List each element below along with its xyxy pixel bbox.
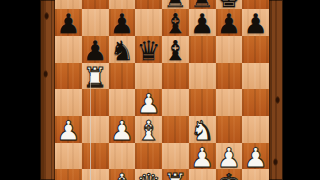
square-b1[interactable] xyxy=(82,169,109,180)
square-f1[interactable] xyxy=(189,169,216,180)
square-f5[interactable] xyxy=(189,63,216,90)
piece-white-pawn-c3[interactable]: ♟ xyxy=(110,116,134,143)
square-g4[interactable] xyxy=(216,89,243,116)
square-b5[interactable]: ♜ xyxy=(82,63,109,90)
square-c7[interactable]: ♟ xyxy=(109,9,136,36)
square-b7[interactable] xyxy=(82,9,109,36)
square-a1[interactable] xyxy=(55,169,82,180)
square-b8[interactable] xyxy=(82,0,109,9)
square-d8[interactable] xyxy=(135,0,162,9)
square-h1[interactable] xyxy=(242,169,269,180)
square-a7[interactable]: ♟ xyxy=(55,9,82,36)
square-e4[interactable] xyxy=(162,89,189,116)
piece-white-king-g1[interactable]: ♚ xyxy=(217,170,241,180)
square-a2[interactable] xyxy=(55,143,82,170)
wood-knot xyxy=(44,12,49,20)
chess-scene: ♜♜♚♟♟♝♟♟♟♟♞♛♝♜♟♟♟♝♞♟♟♟♝♛♜♚ xyxy=(0,0,320,180)
piece-white-bishop-c1[interactable]: ♝ xyxy=(110,170,134,180)
square-a3[interactable]: ♟ xyxy=(55,116,82,143)
square-f7[interactable]: ♟ xyxy=(189,9,216,36)
square-d7[interactable] xyxy=(135,9,162,36)
square-b6[interactable]: ♟ xyxy=(82,36,109,63)
piece-white-pawn-h2[interactable]: ♟ xyxy=(244,143,268,170)
square-c3[interactable]: ♟ xyxy=(109,116,136,143)
square-c6[interactable]: ♞ xyxy=(109,36,136,63)
square-d2[interactable] xyxy=(135,143,162,170)
square-h4[interactable] xyxy=(242,89,269,116)
square-h5[interactable] xyxy=(242,63,269,90)
square-e2[interactable] xyxy=(162,143,189,170)
square-e3[interactable] xyxy=(162,116,189,143)
wood-knot xyxy=(43,70,48,78)
square-e7[interactable]: ♝ xyxy=(162,9,189,36)
piece-black-pawn-g7[interactable]: ♟ xyxy=(217,10,241,37)
piece-black-bishop-e7[interactable]: ♝ xyxy=(163,10,187,37)
piece-white-rook-e1[interactable]: ♜ xyxy=(163,170,187,180)
square-b2[interactable] xyxy=(82,143,109,170)
square-f3[interactable]: ♞ xyxy=(189,116,216,143)
piece-white-knight-f3[interactable]: ♞ xyxy=(190,116,214,143)
square-b3[interactable] xyxy=(82,116,109,143)
piece-black-pawn-c7[interactable]: ♟ xyxy=(110,10,134,37)
piece-black-pawn-f7[interactable]: ♟ xyxy=(190,10,214,37)
square-e6[interactable]: ♝ xyxy=(162,36,189,63)
piece-white-pawn-g2[interactable]: ♟ xyxy=(217,143,241,170)
wood-knot xyxy=(273,158,278,166)
piece-black-knight-c6[interactable]: ♞ xyxy=(110,36,134,63)
piece-white-bishop-d3[interactable]: ♝ xyxy=(137,116,161,143)
square-h7[interactable]: ♟ xyxy=(242,9,269,36)
square-g3[interactable] xyxy=(216,116,243,143)
square-e5[interactable] xyxy=(162,63,189,90)
square-h6[interactable] xyxy=(242,36,269,63)
piece-black-pawn-b6[interactable]: ♟ xyxy=(83,36,107,63)
square-a6[interactable] xyxy=(55,36,82,63)
piece-white-queen-d1[interactable]: ♛ xyxy=(137,170,161,180)
square-e1[interactable]: ♜ xyxy=(162,169,189,180)
square-g7[interactable]: ♟ xyxy=(216,9,243,36)
square-c1[interactable]: ♝ xyxy=(109,169,136,180)
square-f4[interactable] xyxy=(189,89,216,116)
square-d3[interactable]: ♝ xyxy=(135,116,162,143)
piece-black-pawn-a7[interactable]: ♟ xyxy=(56,10,80,37)
square-c2[interactable] xyxy=(109,143,136,170)
square-a5[interactable] xyxy=(55,63,82,90)
piece-white-pawn-d4[interactable]: ♟ xyxy=(137,90,161,117)
square-g5[interactable] xyxy=(216,63,243,90)
board-grid: ♜♜♚♟♟♝♟♟♟♟♞♛♝♜♟♟♟♝♞♟♟♟♝♛♜♚ xyxy=(55,0,269,180)
piece-black-bishop-e6[interactable]: ♝ xyxy=(163,36,187,63)
square-c4[interactable] xyxy=(109,89,136,116)
square-a4[interactable] xyxy=(55,89,82,116)
piece-black-queen-d6[interactable]: ♛ xyxy=(137,36,161,63)
piece-white-pawn-a3[interactable]: ♟ xyxy=(56,116,80,143)
square-f2[interactable]: ♟ xyxy=(189,143,216,170)
square-g6[interactable] xyxy=(216,36,243,63)
square-g1[interactable]: ♚ xyxy=(216,169,243,180)
chess-board: ♜♜♚♟♟♝♟♟♟♟♞♛♝♜♟♟♟♝♞♟♟♟♝♛♜♚ xyxy=(55,0,269,180)
wood-knot xyxy=(275,96,280,104)
square-d1[interactable]: ♛ xyxy=(135,169,162,180)
square-f6[interactable] xyxy=(189,36,216,63)
piece-white-rook-b5[interactable]: ♜ xyxy=(83,63,107,90)
square-h2[interactable]: ♟ xyxy=(242,143,269,170)
square-c5[interactable] xyxy=(109,63,136,90)
square-h3[interactable] xyxy=(242,116,269,143)
piece-white-pawn-f2[interactable]: ♟ xyxy=(190,143,214,170)
square-b4[interactable] xyxy=(82,89,109,116)
square-d5[interactable] xyxy=(135,63,162,90)
square-d4[interactable]: ♟ xyxy=(135,89,162,116)
piece-black-pawn-h7[interactable]: ♟ xyxy=(244,10,268,37)
square-g2[interactable]: ♟ xyxy=(216,143,243,170)
square-d6[interactable]: ♛ xyxy=(135,36,162,63)
